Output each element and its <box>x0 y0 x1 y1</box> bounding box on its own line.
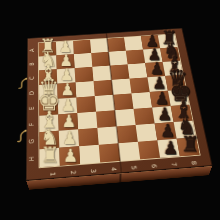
square-e5[interactable] <box>113 93 133 110</box>
square-g3[interactable] <box>78 128 99 146</box>
square-e4[interactable] <box>95 95 115 112</box>
piece-white-rook-h1[interactable]: ♜ <box>40 144 59 166</box>
square-f4[interactable] <box>96 110 117 128</box>
file-label-a: A <box>30 46 36 55</box>
square-e3[interactable] <box>76 96 96 113</box>
piece-black-rook-h8[interactable]: ♜ <box>181 134 200 156</box>
square-d5[interactable] <box>112 79 132 95</box>
file-label-c: C <box>30 73 36 82</box>
square-c3[interactable] <box>75 67 94 83</box>
square-d6[interactable] <box>130 77 150 93</box>
folding-chess-board: ♜♟♟♜♞♟♟♞♝♟♟♝♛♟♟♛♚♟♟♚♝♟♟♝♞♟♟♞♜♟♟♜ ABCDEFG… <box>26 28 213 181</box>
square-f3[interactable] <box>77 112 97 130</box>
file-label-f: F <box>29 119 35 130</box>
brass-clasp-icon <box>17 77 28 89</box>
square-h1[interactable]: ♜ <box>40 148 60 167</box>
chess-board-grid: ♜♟♟♜♞♟♟♞♝♟♟♝♛♟♟♛♚♟♟♚♝♟♟♝♞♟♟♞♜♟♟♜ <box>38 33 201 168</box>
square-c5[interactable] <box>110 64 129 80</box>
square-c6[interactable] <box>128 63 148 78</box>
fold-seam-front <box>120 174 122 183</box>
square-f5[interactable] <box>115 109 136 127</box>
piece-black-pawn-h7[interactable]: ♟ <box>162 139 178 157</box>
square-h7[interactable]: ♟ <box>157 139 180 158</box>
piece-white-pawn-h2[interactable]: ♟ <box>62 147 78 165</box>
file-label-d: D <box>30 88 36 98</box>
chess-set-photo: ♜♟♟♜♞♟♟♞♝♟♟♝♛♟♟♛♚♟♟♚♝♟♟♝♞♟♟♞♜♟♟♜ ABCDEFG… <box>0 0 220 220</box>
square-b3[interactable] <box>74 53 93 68</box>
square-a5[interactable] <box>107 37 126 51</box>
square-f6[interactable] <box>134 107 155 124</box>
brass-clasp-icon <box>16 129 27 143</box>
file-label-h: H <box>29 153 36 165</box>
file-label-e: E <box>29 103 35 113</box>
board-frame: ♜♟♟♜♞♟♟♞♝♟♟♝♛♟♟♛♚♟♟♚♝♟♟♝♞♟♟♞♜♟♟♜ ABCDEFG… <box>26 28 213 181</box>
file-label-b: B <box>30 59 36 68</box>
square-h6[interactable] <box>138 140 160 159</box>
square-g5[interactable] <box>117 125 138 143</box>
square-h3[interactable] <box>79 145 100 164</box>
square-h5[interactable] <box>119 142 141 161</box>
square-g6[interactable] <box>136 124 158 142</box>
square-d4[interactable] <box>94 80 114 96</box>
square-d3[interactable] <box>76 81 95 97</box>
square-h8[interactable]: ♜ <box>177 137 200 156</box>
file-label-g: G <box>29 136 36 147</box>
square-a3[interactable] <box>73 40 91 54</box>
square-b5[interactable] <box>109 51 128 66</box>
square-h2[interactable]: ♟ <box>60 146 81 165</box>
